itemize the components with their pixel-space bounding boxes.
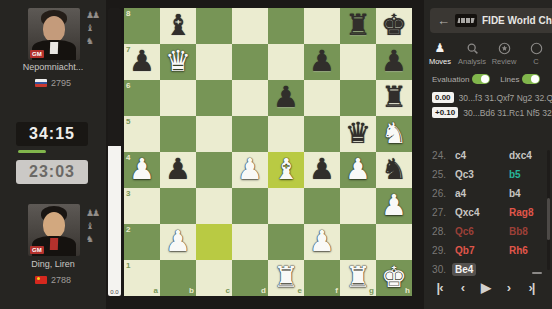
square-g2[interactable]	[340, 224, 376, 260]
square-c3[interactable]	[196, 188, 232, 224]
square-f1[interactable]: f	[304, 260, 340, 296]
eval-badge: +0.10	[432, 107, 458, 118]
square-f4[interactable]: ♟	[304, 152, 340, 188]
square-c4[interactable]	[196, 152, 232, 188]
square-b8[interactable]: ♝	[160, 8, 196, 44]
white-pawn-h3[interactable]: ♟	[376, 188, 412, 224]
white-rook-e1[interactable]: ♜	[268, 260, 304, 296]
square-h4[interactable]: ♞	[376, 152, 412, 188]
file-label: e	[298, 286, 302, 295]
engine-line-moves: 30...Bd6 31.Rc1 Nf5 32.B	[463, 108, 552, 118]
gm-title-badge: GM	[30, 246, 44, 254]
rank-label: 6	[126, 81, 130, 90]
tab-review[interactable]: Review	[488, 39, 520, 66]
white-pawn-a4[interactable]: ♟	[124, 152, 160, 188]
move-san[interactable]: Qc6	[452, 225, 477, 238]
square-f3[interactable]	[304, 188, 340, 224]
toggle-lines[interactable]: Lines	[500, 74, 540, 84]
square-d6[interactable]	[232, 80, 268, 116]
back-arrow-icon[interactable]: ←	[437, 14, 450, 27]
player-bottom-rating-row: 2788	[0, 275, 106, 285]
square-c1[interactable]: c	[196, 260, 232, 296]
captured-pieces-top: ♟♟♝♞	[86, 10, 104, 46]
black-king-h8[interactable]: ♚	[376, 8, 412, 44]
engine-line-1[interactable]: 0.0030...f3 31.Qxf7 Ng2 32.Q	[432, 92, 552, 103]
white-pawn-f2[interactable]: ♟	[304, 224, 340, 260]
file-label: c	[226, 286, 230, 295]
square-c5[interactable]	[196, 116, 232, 152]
panel-toggles: EvaluationLines	[432, 74, 552, 84]
square-g1[interactable]: g♜	[340, 260, 376, 296]
first-move-button[interactable]: |‹	[428, 280, 451, 295]
move-san[interactable]: c4	[452, 149, 469, 162]
white-pawn-g4[interactable]: ♟	[340, 152, 376, 188]
move-san[interactable]: Qb7	[452, 244, 477, 257]
toggle-label: Lines	[500, 75, 519, 84]
eval-badge: 0.00	[432, 92, 454, 103]
square-a8[interactable]: 8	[124, 8, 160, 44]
square-d7[interactable]	[232, 44, 268, 80]
square-g8[interactable]: ♜	[340, 8, 376, 44]
next-move-button[interactable]: ›	[497, 280, 520, 295]
square-a3[interactable]: 3	[124, 188, 160, 224]
square-b7[interactable]: ♛	[160, 44, 196, 80]
captured-piece-icon: ♟♟	[86, 208, 104, 218]
move-row: 26.a4b4	[424, 184, 548, 203]
tab-c[interactable]: C	[520, 39, 552, 66]
square-b2[interactable]: ♟	[160, 224, 196, 260]
move-san[interactable]: b5	[506, 168, 524, 181]
move-san[interactable]: Qc3	[452, 168, 477, 181]
evaluation-bar-white	[108, 146, 121, 296]
toggle-knob	[481, 75, 489, 83]
square-c7[interactable]	[196, 44, 232, 80]
move-row: 25.Qc3b5	[424, 165, 548, 184]
scrollbar-thumb[interactable]	[547, 198, 550, 240]
move-san[interactable]: Be4	[452, 263, 476, 276]
square-e6[interactable]: ♟	[268, 80, 304, 116]
white-pawn-b2[interactable]: ♟	[160, 224, 196, 260]
players-sidebar: GM ♟♟♝♞ Nepomniacht... 2795 34:15 23:03 …	[0, 0, 106, 309]
square-c8[interactable]	[196, 8, 232, 44]
prev-move-button[interactable]: ‹	[451, 280, 474, 295]
black-pawn-h7[interactable]: ♟	[376, 44, 412, 80]
square-a4[interactable]: 4♟	[124, 152, 160, 188]
square-b6[interactable]	[160, 80, 196, 116]
captured-piece-icon: ♞	[86, 234, 104, 244]
move-san[interactable]: Qxc4	[452, 206, 482, 219]
move-number: 29.	[424, 245, 446, 256]
square-h8[interactable]: ♚	[376, 8, 412, 44]
move-number: 26.	[424, 188, 446, 199]
square-d8[interactable]	[232, 8, 268, 44]
white-queen-b7[interactable]: ♛	[160, 44, 196, 80]
move-number: 30.	[424, 264, 446, 275]
square-g4[interactable]: ♟	[340, 152, 376, 188]
broadcast-header: ← FIDE World Cha	[430, 8, 552, 33]
panel-tabs: ♟MovesAnalysisReviewC	[424, 39, 552, 66]
square-h5[interactable]: ♞	[376, 116, 412, 152]
file-label: h	[405, 286, 410, 295]
white-king-h1[interactable]: ♚	[376, 260, 412, 296]
file-label: b	[189, 286, 194, 295]
tab-moves[interactable]: ♟Moves	[424, 39, 456, 66]
white-pawn-d4[interactable]: ♟	[232, 152, 268, 188]
star-circle-icon	[498, 41, 511, 55]
square-c6[interactable]	[196, 80, 232, 116]
broadcast-logo	[455, 14, 477, 27]
tab-label: C	[533, 57, 538, 66]
captured-piece-icon: ♝	[86, 23, 104, 33]
circle-icon	[530, 41, 543, 55]
white-rook-g1[interactable]: ♜	[340, 260, 376, 296]
white-bishop-e4[interactable]: ♝	[268, 152, 304, 188]
evaluation-value: 0.0	[108, 289, 121, 295]
player-top-name: Nepomniacht...	[0, 62, 106, 72]
last-move-button[interactable]: ›|	[520, 280, 543, 295]
square-b5[interactable]	[160, 116, 196, 152]
russia-flag-icon	[35, 79, 47, 87]
square-d4[interactable]: ♟	[232, 152, 268, 188]
move-san[interactable]: Rh6	[506, 244, 531, 257]
move-san[interactable]: b4	[506, 187, 524, 200]
black-bishop-b8[interactable]: ♝	[160, 8, 196, 44]
file-label: g	[369, 286, 374, 295]
toggle-switch[interactable]	[522, 74, 540, 84]
square-a5[interactable]: 5	[124, 116, 160, 152]
play-move-button[interactable]: ▶	[474, 280, 497, 295]
square-e1[interactable]: e♜	[268, 260, 304, 296]
square-f7[interactable]: ♟	[304, 44, 340, 80]
square-a7[interactable]: 7♟	[124, 44, 160, 80]
move-navigation: |‹‹▶››|	[428, 280, 548, 295]
panel-handle[interactable]	[532, 272, 542, 274]
move-san[interactable]: dxc4	[506, 149, 535, 162]
rank-label: 5	[126, 117, 130, 126]
square-d1[interactable]: d	[232, 260, 268, 296]
photo-art	[43, 212, 65, 238]
square-b3[interactable]	[160, 188, 196, 224]
square-e3[interactable]	[268, 188, 304, 224]
file-label: a	[154, 286, 158, 295]
player-top-rating: 2795	[51, 78, 71, 88]
magnifier-icon	[466, 41, 479, 55]
square-g5[interactable]: ♛	[340, 116, 376, 152]
black-rook-g8[interactable]: ♜	[340, 8, 376, 44]
square-h7[interactable]: ♟	[376, 44, 412, 80]
photo-art	[50, 238, 58, 250]
player-bottom-photo: GM	[28, 204, 80, 256]
move-row: 30.Be4	[424, 260, 548, 279]
move-row: 29.Qb7Rh6	[424, 241, 548, 260]
china-flag-icon	[35, 276, 47, 284]
evaluation-bar: 0.0	[108, 8, 121, 296]
player-top-rating-row: 2795	[0, 78, 106, 88]
broadcast-title: FIDE World Cha	[482, 15, 552, 26]
square-g7[interactable]	[340, 44, 376, 80]
move-number: 28.	[424, 226, 446, 237]
square-f2[interactable]: ♟	[304, 224, 340, 260]
engine-line-moves: 30...f3 31.Qxf7 Ng2 32.Q	[459, 93, 552, 103]
black-knight-h4[interactable]: ♞	[376, 152, 412, 188]
move-san[interactable]: Rag8	[506, 206, 536, 219]
rank-label: 8	[126, 9, 130, 18]
square-h1[interactable]: h♚	[376, 260, 412, 296]
black-pawn-a7[interactable]: ♟	[124, 44, 160, 80]
tab-label: Moves	[429, 57, 451, 66]
square-h3[interactable]: ♟	[376, 188, 412, 224]
square-d5[interactable]	[232, 116, 268, 152]
black-pawn-e6[interactable]: ♟	[268, 80, 304, 116]
square-g6[interactable]	[340, 80, 376, 116]
move-row: 27.Qxc4Rag8	[424, 203, 548, 222]
rank-label: 2	[126, 225, 130, 234]
player-bottom-name: Ding, Liren	[0, 259, 106, 269]
move-row: 28.Qc6Bb8	[424, 222, 548, 241]
square-e7[interactable]	[268, 44, 304, 80]
photo-art	[50, 42, 58, 54]
gm-title-badge: GM	[30, 50, 44, 58]
move-number: 24.	[424, 150, 446, 161]
black-rook-h6[interactable]: ♜	[376, 80, 412, 116]
file-label: d	[261, 286, 266, 295]
square-c2[interactable]	[196, 224, 232, 260]
toggle-switch[interactable]	[472, 74, 490, 84]
toggle-knob	[531, 75, 539, 83]
toggle-label: Evaluation	[432, 75, 469, 84]
rank-label: 7	[126, 45, 130, 54]
captured-piece-icon: ♝	[86, 221, 104, 231]
move-san[interactable]: Bb8	[506, 225, 531, 238]
square-e4[interactable]: ♝	[268, 152, 304, 188]
toggle-evaluation[interactable]: Evaluation	[432, 74, 490, 84]
square-d3[interactable]	[232, 188, 268, 224]
square-a6[interactable]: 6	[124, 80, 160, 116]
black-pawn-f4[interactable]: ♟	[304, 152, 340, 188]
move-list: 24.c4dxc425.Qc3b526.a4b427.Qxc4Rag828.Qc…	[424, 146, 548, 279]
square-h2[interactable]	[376, 224, 412, 260]
pawn-icon: ♟	[435, 41, 446, 55]
move-san[interactable]: a4	[452, 187, 469, 200]
square-f8[interactable]	[304, 8, 340, 44]
clock-top: 34:15	[16, 122, 88, 146]
file-label: f	[335, 286, 338, 295]
rank-label: 1	[126, 261, 130, 270]
engine-line-2[interactable]: +0.1030...Bd6 31.Rc1 Nf5 32.B	[432, 107, 552, 118]
square-h6[interactable]: ♜	[376, 80, 412, 116]
square-d2[interactable]	[232, 224, 268, 260]
tab-label: Review	[492, 57, 517, 66]
square-f6[interactable]	[304, 80, 340, 116]
black-pawn-f7[interactable]: ♟	[304, 44, 340, 80]
photo-art	[43, 16, 65, 42]
broadcast-app: GM ♟♟♝♞ Nepomniacht... 2795 34:15 23:03 …	[0, 0, 552, 309]
player-top-photo: GM	[28, 8, 80, 60]
captured-pieces-bottom: ♟♟♝♞	[86, 208, 104, 244]
white-knight-h5[interactable]: ♞	[376, 116, 412, 152]
time-progress-bar	[18, 150, 46, 153]
tab-label: Analysis	[458, 57, 486, 66]
square-e8[interactable]	[268, 8, 304, 44]
black-queen-g5[interactable]: ♛	[340, 116, 376, 152]
square-g3[interactable]	[340, 188, 376, 224]
move-list-scrollbar[interactable]	[547, 150, 550, 270]
captured-piece-icon: ♞	[86, 36, 104, 46]
engine-lines: 0.0030...f3 31.Qxf7 Ng2 32.Q+0.1030...Bd…	[432, 92, 552, 118]
tab-analysis[interactable]: Analysis	[456, 39, 488, 66]
move-row: 24.c4dxc4	[424, 146, 548, 165]
square-f5[interactable]	[304, 116, 340, 152]
square-a1[interactable]: 1a	[124, 260, 160, 296]
square-e2[interactable]	[268, 224, 304, 260]
rank-label: 3	[126, 189, 130, 198]
clock-bottom: 23:03	[16, 160, 88, 184]
rank-label: 4	[126, 153, 130, 162]
square-b4[interactable]: ♟	[160, 152, 196, 188]
square-b1[interactable]: b	[160, 260, 196, 296]
black-pawn-b4[interactable]: ♟	[160, 152, 196, 188]
chess-board[interactable]: 8♝♜♚7♟♛♟♟6♟♜5♛♞4♟♟♟♝♟♟♞3♟2♟♟1abcde♜fg♜h♚	[124, 8, 412, 296]
captured-piece-icon: ♟♟	[86, 10, 104, 20]
move-number: 25.	[424, 169, 446, 180]
player-bottom-rating: 2788	[51, 275, 71, 285]
square-a2[interactable]: 2	[124, 224, 160, 260]
square-e5[interactable]	[268, 116, 304, 152]
analysis-panel: ← FIDE World Cha ♟MovesAnalysisReviewC E…	[424, 0, 552, 309]
move-number: 27.	[424, 207, 446, 218]
